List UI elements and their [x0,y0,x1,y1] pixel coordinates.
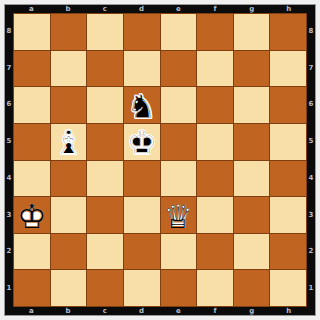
file-labels-bottom: abcdefgh [13,307,307,315]
file-label-bottom-d: d [123,308,160,315]
square-a7[interactable] [14,51,50,87]
square-f8[interactable] [197,14,233,50]
rank-label-left-6: 6 [7,87,12,124]
square-g2[interactable] [234,234,270,270]
square-f2[interactable] [197,234,233,270]
square-g5[interactable] [234,124,270,160]
file-label-top-f: f [197,6,234,13]
square-d3[interactable] [124,197,160,233]
square-b7[interactable] [51,51,87,87]
black-knight-piece: ♞♘ [124,87,160,123]
square-h5[interactable] [270,124,306,160]
file-label-bottom-b: b [50,308,87,315]
square-b5[interactable]: ♝♗ [51,124,87,160]
square-f5[interactable] [197,124,233,160]
square-h7[interactable] [270,51,306,87]
square-e3[interactable]: ♛♕ [161,197,197,233]
file-label-bottom-h: h [270,308,307,315]
square-a8[interactable] [14,14,50,50]
file-label-top-g: g [234,6,271,13]
file-label-bottom-f: f [197,308,234,315]
square-e6[interactable] [161,87,197,123]
square-g4[interactable] [234,161,270,197]
file-label-top-h: h [270,6,307,13]
square-c8[interactable] [87,14,123,50]
square-f1[interactable] [197,270,233,306]
file-label-top-c: c [87,6,124,13]
square-a1[interactable] [14,270,50,306]
square-a4[interactable] [14,161,50,197]
square-e1[interactable] [161,270,197,306]
square-b8[interactable] [51,14,87,50]
rank-label-left-3: 3 [7,197,12,234]
square-c3[interactable] [87,197,123,233]
board-frame: abcdefgh abcdefgh 87654321 87654321 ♞♘♝♗… [4,4,316,316]
square-e5[interactable] [161,124,197,160]
black-bishop-piece: ♝♗ [51,124,87,160]
square-c2[interactable] [87,234,123,270]
square-g7[interactable] [234,51,270,87]
square-h4[interactable] [270,161,306,197]
square-d1[interactable] [124,270,160,306]
square-f7[interactable] [197,51,233,87]
chess-diagram-page: abcdefgh abcdefgh 87654321 87654321 ♞♘♝♗… [0,0,320,320]
square-f6[interactable] [197,87,233,123]
square-g1[interactable] [234,270,270,306]
rank-label-left-4: 4 [7,160,12,197]
square-c6[interactable] [87,87,123,123]
square-b1[interactable] [51,270,87,306]
square-g3[interactable] [234,197,270,233]
square-c5[interactable] [87,124,123,160]
square-e2[interactable] [161,234,197,270]
square-e4[interactable] [161,161,197,197]
square-b6[interactable] [51,87,87,123]
file-label-bottom-c: c [87,308,124,315]
square-f3[interactable] [197,197,233,233]
file-label-bottom-a: a [13,308,50,315]
square-d5[interactable]: ♚♔ [124,124,160,160]
rank-label-right-2: 2 [309,234,314,271]
square-d4[interactable] [124,161,160,197]
square-c7[interactable] [87,51,123,87]
square-a3[interactable]: ♚♔ [14,197,50,233]
rank-labels-right: 87654321 [307,13,315,307]
square-c1[interactable] [87,270,123,306]
rank-label-right-4: 4 [309,160,314,197]
square-f4[interactable] [197,161,233,197]
square-d7[interactable] [124,51,160,87]
square-h2[interactable] [270,234,306,270]
square-g8[interactable] [234,14,270,50]
square-a5[interactable] [14,124,50,160]
square-g6[interactable] [234,87,270,123]
black-king-piece: ♚♔ [124,124,160,160]
file-labels-top: abcdefgh [13,5,307,13]
rank-label-right-7: 7 [309,50,314,87]
file-label-top-e: e [160,6,197,13]
rank-label-left-1: 1 [7,270,12,307]
square-b2[interactable] [51,234,87,270]
square-e7[interactable] [161,51,197,87]
file-label-top-a: a [13,6,50,13]
square-b4[interactable] [51,161,87,197]
rank-label-right-6: 6 [309,87,314,124]
rank-label-right-3: 3 [309,197,314,234]
square-d6[interactable]: ♞♘ [124,87,160,123]
white-king-piece: ♚♔ [14,197,50,233]
rank-label-left-5: 5 [7,123,12,160]
white-queen-piece: ♛♕ [161,197,197,233]
square-e8[interactable] [161,14,197,50]
rank-label-right-5: 5 [309,123,314,160]
file-label-bottom-g: g [234,308,271,315]
file-label-bottom-e: e [160,308,197,315]
rank-label-left-2: 2 [7,234,12,271]
square-a6[interactable] [14,87,50,123]
file-label-top-b: b [50,6,87,13]
square-h1[interactable] [270,270,306,306]
square-b3[interactable] [51,197,87,233]
square-h6[interactable] [270,87,306,123]
square-d8[interactable] [124,14,160,50]
square-d2[interactable] [124,234,160,270]
square-h8[interactable] [270,14,306,50]
rank-labels-left: 87654321 [5,13,13,307]
square-h3[interactable] [270,197,306,233]
rank-label-right-1: 1 [309,270,314,307]
board: ♞♘♝♗♚♔♚♔♛♕ [13,13,307,307]
square-c4[interactable] [87,161,123,197]
rank-label-left-7: 7 [7,50,12,87]
rank-label-left-8: 8 [7,13,12,50]
file-label-top-d: d [123,6,160,13]
rank-label-right-8: 8 [309,13,314,50]
square-a2[interactable] [14,234,50,270]
